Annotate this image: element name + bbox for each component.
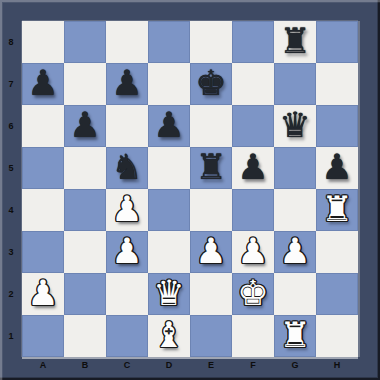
- square-d2[interactable]: ♛: [148, 273, 190, 315]
- square-h4[interactable]: ♜: [316, 189, 358, 231]
- black-pawn-f5[interactable]: ♟: [237, 146, 268, 188]
- file-label-g: G: [274, 357, 316, 380]
- square-d3[interactable]: [148, 231, 190, 273]
- black-pawn-a7[interactable]: ♟: [27, 62, 58, 104]
- black-pawn-h5[interactable]: ♟: [321, 146, 352, 188]
- rank-labels: 87654321: [0, 21, 22, 357]
- square-b1[interactable]: [64, 315, 106, 357]
- square-a5[interactable]: [22, 147, 64, 189]
- square-g3[interactable]: ♟: [274, 231, 316, 273]
- square-f4[interactable]: [232, 189, 274, 231]
- square-d7[interactable]: [148, 63, 190, 105]
- square-g4[interactable]: [274, 189, 316, 231]
- square-f6[interactable]: [232, 105, 274, 147]
- square-a2[interactable]: ♟: [22, 273, 64, 315]
- square-f7[interactable]: [232, 63, 274, 105]
- file-label-f: F: [232, 357, 274, 380]
- square-d8[interactable]: [148, 21, 190, 63]
- white-rook-g1[interactable]: ♜: [279, 314, 310, 356]
- square-d5[interactable]: [148, 147, 190, 189]
- black-king-e7[interactable]: ♚: [195, 62, 226, 104]
- square-h5[interactable]: ♟: [316, 147, 358, 189]
- file-label-b: B: [64, 357, 106, 380]
- square-b8[interactable]: [64, 21, 106, 63]
- square-h2[interactable]: [316, 273, 358, 315]
- square-c1[interactable]: [106, 315, 148, 357]
- square-b6[interactable]: ♟: [64, 105, 106, 147]
- black-pawn-d6[interactable]: ♟: [153, 104, 184, 146]
- file-label-c: C: [106, 357, 148, 380]
- square-a3[interactable]: [22, 231, 64, 273]
- square-h3[interactable]: [316, 231, 358, 273]
- white-bishop-d1[interactable]: ♝: [153, 314, 184, 356]
- white-pawn-g3[interactable]: ♟: [279, 230, 310, 272]
- square-g6[interactable]: ♛: [274, 105, 316, 147]
- file-label-e: E: [190, 357, 232, 380]
- square-h7[interactable]: [316, 63, 358, 105]
- square-e5[interactable]: ♜: [190, 147, 232, 189]
- rank-label-4: 4: [0, 189, 22, 231]
- chess-board-frame: 87654321 ♜♟♟♚♟♟♛♞♜♟♟♟♜♟♟♟♟♟♛♚♝♜ ABCDEFGH: [0, 0, 380, 380]
- black-queen-g6[interactable]: ♛: [279, 104, 310, 146]
- square-a7[interactable]: ♟: [22, 63, 64, 105]
- square-b4[interactable]: [64, 189, 106, 231]
- square-c5[interactable]: ♞: [106, 147, 148, 189]
- square-e7[interactable]: ♚: [190, 63, 232, 105]
- file-labels: ABCDEFGH: [22, 357, 358, 380]
- square-a8[interactable]: [22, 21, 64, 63]
- rank-label-8: 8: [0, 21, 22, 63]
- black-rook-e5[interactable]: ♜: [195, 146, 226, 188]
- white-pawn-f3[interactable]: ♟: [237, 230, 268, 272]
- rank-label-3: 3: [0, 231, 22, 273]
- square-e4[interactable]: [190, 189, 232, 231]
- square-d4[interactable]: [148, 189, 190, 231]
- square-g1[interactable]: ♜: [274, 315, 316, 357]
- white-queen-d2[interactable]: ♛: [153, 272, 184, 314]
- square-b3[interactable]: [64, 231, 106, 273]
- rank-label-6: 6: [0, 105, 22, 147]
- square-h8[interactable]: [316, 21, 358, 63]
- square-a1[interactable]: [22, 315, 64, 357]
- square-g8[interactable]: ♜: [274, 21, 316, 63]
- square-e6[interactable]: [190, 105, 232, 147]
- rank-label-5: 5: [0, 147, 22, 189]
- square-f3[interactable]: ♟: [232, 231, 274, 273]
- white-pawn-a2[interactable]: ♟: [27, 272, 58, 314]
- rank-label-2: 2: [0, 273, 22, 315]
- square-b7[interactable]: [64, 63, 106, 105]
- square-c2[interactable]: [106, 273, 148, 315]
- square-e8[interactable]: [190, 21, 232, 63]
- square-f2[interactable]: ♚: [232, 273, 274, 315]
- rank-label-7: 7: [0, 63, 22, 105]
- square-d6[interactable]: ♟: [148, 105, 190, 147]
- chess-board: ♜♟♟♚♟♟♛♞♜♟♟♟♜♟♟♟♟♟♛♚♝♜: [22, 21, 358, 357]
- square-h1[interactable]: [316, 315, 358, 357]
- white-rook-h4[interactable]: ♜: [321, 188, 352, 230]
- file-label-a: A: [22, 357, 64, 380]
- square-a6[interactable]: [22, 105, 64, 147]
- black-knight-c5[interactable]: ♞: [111, 146, 142, 188]
- square-c7[interactable]: ♟: [106, 63, 148, 105]
- file-label-h: H: [316, 357, 358, 380]
- file-label-d: D: [148, 357, 190, 380]
- square-c6[interactable]: [106, 105, 148, 147]
- black-pawn-c7[interactable]: ♟: [111, 62, 142, 104]
- white-pawn-c3[interactable]: ♟: [111, 230, 142, 272]
- white-pawn-c4[interactable]: ♟: [111, 188, 142, 230]
- square-d1[interactable]: ♝: [148, 315, 190, 357]
- square-c4[interactable]: ♟: [106, 189, 148, 231]
- black-rook-g8[interactable]: ♜: [279, 20, 310, 62]
- square-e1[interactable]: [190, 315, 232, 357]
- square-e2[interactable]: [190, 273, 232, 315]
- square-a4[interactable]: [22, 189, 64, 231]
- square-g5[interactable]: [274, 147, 316, 189]
- square-c8[interactable]: [106, 21, 148, 63]
- square-f8[interactable]: [232, 21, 274, 63]
- square-b2[interactable]: [64, 273, 106, 315]
- square-f5[interactable]: ♟: [232, 147, 274, 189]
- square-b5[interactable]: [64, 147, 106, 189]
- rank-label-1: 1: [0, 315, 22, 357]
- square-h6[interactable]: [316, 105, 358, 147]
- square-c3[interactable]: ♟: [106, 231, 148, 273]
- black-pawn-b6[interactable]: ♟: [69, 104, 100, 146]
- square-g7[interactable]: [274, 63, 316, 105]
- white-king-f2[interactable]: ♚: [237, 272, 268, 314]
- square-g2[interactable]: [274, 273, 316, 315]
- white-pawn-e3[interactable]: ♟: [195, 230, 226, 272]
- square-f1[interactable]: [232, 315, 274, 357]
- square-e3[interactable]: ♟: [190, 231, 232, 273]
